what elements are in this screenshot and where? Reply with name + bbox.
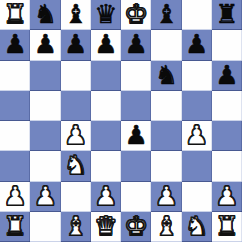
black-pawn-c7: ♟ — [64, 31, 87, 57]
square-d3[interactable] — [91, 151, 121, 181]
white-bishop-c1: ♝ — [64, 213, 87, 239]
white-pawn-g4: ♟ — [185, 122, 208, 148]
square-c7[interactable]: ♟ — [61, 30, 91, 60]
square-h7[interactable] — [212, 30, 242, 60]
black-knight-b8: ♞ — [34, 1, 57, 27]
white-rook-h1: ♜ — [215, 213, 238, 239]
square-d1[interactable]: ♛ — [91, 212, 121, 242]
square-b2[interactable]: ♟ — [30, 182, 60, 212]
square-h5[interactable] — [212, 91, 242, 121]
square-g1[interactable]: ♞ — [182, 212, 212, 242]
square-h1[interactable]: ♜ — [212, 212, 242, 242]
black-queen-d8: ♛ — [94, 1, 117, 27]
white-knight-g1: ♞ — [185, 213, 208, 239]
square-h3[interactable] — [212, 151, 242, 181]
square-a7[interactable]: ♟ — [0, 30, 30, 60]
square-c2[interactable] — [61, 182, 91, 212]
square-a2[interactable]: ♟ — [0, 182, 30, 212]
square-a3[interactable] — [0, 151, 30, 181]
square-c8[interactable]: ♝ — [61, 0, 91, 30]
square-d8[interactable]: ♛ — [91, 0, 121, 30]
white-king-e8: ♚ — [124, 1, 147, 27]
square-b7[interactable]: ♟ — [30, 30, 60, 60]
black-knight-f6: ♞ — [155, 62, 178, 88]
black-bishop-c8: ♝ — [64, 1, 87, 27]
square-f8[interactable]: ♝ — [151, 0, 181, 30]
square-d5[interactable] — [91, 91, 121, 121]
square-e6[interactable] — [121, 61, 151, 91]
square-b6[interactable] — [30, 61, 60, 91]
black-pawn-d7: ♟ — [94, 31, 117, 57]
black-pawn-h6: ♟ — [215, 62, 238, 88]
square-g3[interactable] — [182, 151, 212, 181]
white-rook-a8: ♜ — [3, 1, 26, 27]
white-queen-d1: ♛ — [94, 213, 117, 239]
square-g7[interactable]: ♟ — [182, 30, 212, 60]
square-c4[interactable]: ♟ — [61, 121, 91, 151]
square-b3[interactable] — [30, 151, 60, 181]
square-e2[interactable] — [121, 182, 151, 212]
square-e4[interactable]: ♟ — [121, 121, 151, 151]
black-pawn-e7: ♟ — [124, 31, 147, 57]
white-pawn-f2: ♟ — [155, 183, 178, 209]
square-h6[interactable]: ♟ — [212, 61, 242, 91]
square-g6[interactable] — [182, 61, 212, 91]
black-bishop-f8: ♝ — [155, 1, 178, 27]
square-h4[interactable] — [212, 121, 242, 151]
square-a5[interactable] — [0, 91, 30, 121]
square-b5[interactable] — [30, 91, 60, 121]
white-knight-c3: ♞ — [64, 152, 87, 178]
square-f3[interactable] — [151, 151, 181, 181]
square-d2[interactable]: ♟ — [91, 182, 121, 212]
square-e8[interactable]: ♚ — [121, 0, 151, 30]
square-f6[interactable]: ♞ — [151, 61, 181, 91]
white-king-e1: ♚ — [124, 213, 147, 239]
square-c1[interactable]: ♝ — [61, 212, 91, 242]
chess-board: ♜♞♝♛♚♝♜♟♟♟♟♟♟♞♟♟♟♟♞♟♟♟♟♟♜♝♛♚♝♞♜ — [0, 0, 242, 242]
white-pawn-a2: ♟ — [3, 183, 26, 209]
white-pawn-h2: ♟ — [215, 183, 238, 209]
square-g5[interactable] — [182, 91, 212, 121]
white-pawn-d2: ♟ — [94, 183, 117, 209]
black-pawn-b7: ♟ — [34, 31, 57, 57]
square-g8[interactable] — [182, 0, 212, 30]
square-c6[interactable] — [61, 61, 91, 91]
white-pawn-b2: ♟ — [34, 183, 57, 209]
black-rook-h8: ♜ — [215, 1, 238, 27]
square-b1[interactable] — [30, 212, 60, 242]
square-f5[interactable] — [151, 91, 181, 121]
black-pawn-a7: ♟ — [3, 31, 26, 57]
square-f4[interactable] — [151, 121, 181, 151]
black-pawn-g7: ♟ — [185, 31, 208, 57]
square-a4[interactable] — [0, 121, 30, 151]
square-e3[interactable] — [121, 151, 151, 181]
square-a6[interactable] — [0, 61, 30, 91]
square-e7[interactable]: ♟ — [121, 30, 151, 60]
square-a1[interactable]: ♜ — [0, 212, 30, 242]
square-e1[interactable]: ♚ — [121, 212, 151, 242]
square-d4[interactable] — [91, 121, 121, 151]
white-rook-a1: ♜ — [3, 213, 26, 239]
square-e5[interactable] — [121, 91, 151, 121]
square-c3[interactable]: ♞ — [61, 151, 91, 181]
white-bishop-f1: ♝ — [155, 213, 178, 239]
square-a8[interactable]: ♜ — [0, 0, 30, 30]
square-f1[interactable]: ♝ — [151, 212, 181, 242]
square-b4[interactable] — [30, 121, 60, 151]
square-b8[interactable]: ♞ — [30, 0, 60, 30]
square-f7[interactable] — [151, 30, 181, 60]
square-h8[interactable]: ♜ — [212, 0, 242, 30]
square-c5[interactable] — [61, 91, 91, 121]
square-d6[interactable] — [91, 61, 121, 91]
square-g4[interactable]: ♟ — [182, 121, 212, 151]
black-pawn-e4: ♟ — [124, 122, 147, 148]
square-h2[interactable]: ♟ — [212, 182, 242, 212]
square-f2[interactable]: ♟ — [151, 182, 181, 212]
square-g2[interactable] — [182, 182, 212, 212]
square-d7[interactable]: ♟ — [91, 30, 121, 60]
white-pawn-c4: ♟ — [64, 122, 87, 148]
